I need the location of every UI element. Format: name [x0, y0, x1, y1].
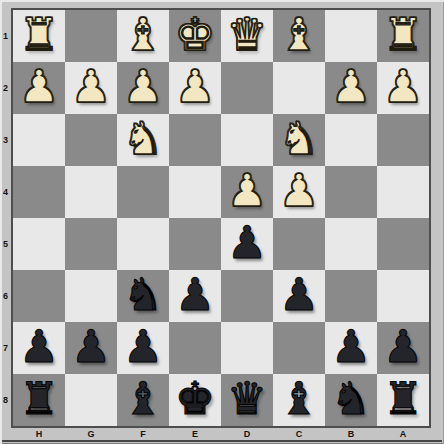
rank-label-8: 8	[0, 374, 11, 426]
square-g7[interactable]: ♟	[65, 322, 117, 374]
file-label-g: G	[65, 427, 117, 440]
square-e6[interactable]: ♟	[169, 270, 221, 322]
chess-board: ♜♝♚♛♝♜♟♟♟♟♟♟♞♞♟♟♟♞♟♟♟♟♟♟♟♜♝♚♛♝♞♜	[11, 8, 431, 428]
square-b5[interactable]	[325, 218, 377, 270]
rank-labels: 12345678	[0, 10, 11, 426]
black-pawn[interactable]: ♟	[123, 321, 163, 373]
white-knight[interactable]: ♞	[123, 113, 163, 165]
rank-label-1: 1	[0, 10, 11, 62]
square-b1[interactable]	[325, 10, 377, 62]
square-c6[interactable]: ♟	[273, 270, 325, 322]
square-d4[interactable]: ♟	[221, 166, 273, 218]
black-queen[interactable]: ♛	[227, 373, 267, 425]
square-h5[interactable]	[13, 218, 65, 270]
black-bishop[interactable]: ♝	[279, 373, 319, 425]
square-b7[interactable]: ♟	[325, 322, 377, 374]
rank-label-2: 2	[0, 62, 11, 114]
black-pawn[interactable]: ♟	[331, 321, 371, 373]
square-g4[interactable]	[65, 166, 117, 218]
square-g1[interactable]	[65, 10, 117, 62]
square-e3[interactable]	[169, 114, 221, 166]
file-label-e: E	[169, 427, 221, 440]
square-h7[interactable]: ♟	[13, 322, 65, 374]
square-a2[interactable]: ♟	[377, 62, 429, 114]
white-rook[interactable]: ♜	[19, 9, 59, 61]
square-a5[interactable]	[377, 218, 429, 270]
white-bishop[interactable]: ♝	[279, 9, 319, 61]
white-pawn[interactable]: ♟	[123, 61, 163, 113]
white-pawn[interactable]: ♟	[71, 61, 111, 113]
square-c5[interactable]	[273, 218, 325, 270]
square-f4[interactable]	[117, 166, 169, 218]
square-e1[interactable]: ♚	[169, 10, 221, 62]
file-label-b: B	[325, 427, 377, 440]
square-b4[interactable]	[325, 166, 377, 218]
square-d2[interactable]	[221, 62, 273, 114]
square-c1[interactable]: ♝	[273, 10, 325, 62]
white-pawn[interactable]: ♟	[279, 165, 319, 217]
black-pawn[interactable]: ♟	[383, 321, 423, 373]
file-label-h: H	[13, 427, 65, 440]
square-d5[interactable]: ♟	[221, 218, 273, 270]
square-a8[interactable]: ♜	[377, 374, 429, 426]
rank-label-4: 4	[0, 166, 11, 218]
square-a1[interactable]: ♜	[377, 10, 429, 62]
white-king[interactable]: ♚	[175, 9, 215, 61]
square-d1[interactable]: ♛	[221, 10, 273, 62]
square-f7[interactable]: ♟	[117, 322, 169, 374]
black-pawn[interactable]: ♟	[175, 269, 215, 321]
square-h6[interactable]	[13, 270, 65, 322]
chessboard-panel: 12345678 ♜♝♚♛♝♜♟♟♟♟♟♟♞♞♟♟♟♞♟♟♟♟♟♟♟♜♝♚♛♝♞…	[0, 0, 444, 444]
white-knight[interactable]: ♞	[279, 113, 319, 165]
square-e2[interactable]: ♟	[169, 62, 221, 114]
black-king[interactable]: ♚	[175, 373, 215, 425]
square-g8[interactable]	[65, 374, 117, 426]
square-h2[interactable]: ♟	[13, 62, 65, 114]
square-g5[interactable]	[65, 218, 117, 270]
white-rook[interactable]: ♜	[383, 9, 423, 61]
square-c2[interactable]	[273, 62, 325, 114]
square-d6[interactable]	[221, 270, 273, 322]
square-f8[interactable]: ♝	[117, 374, 169, 426]
square-b8[interactable]: ♞	[325, 374, 377, 426]
white-bishop[interactable]: ♝	[123, 9, 163, 61]
square-h4[interactable]	[13, 166, 65, 218]
white-pawn[interactable]: ♟	[19, 61, 59, 113]
square-c3[interactable]: ♞	[273, 114, 325, 166]
rank-label-6: 6	[0, 270, 11, 322]
square-f6[interactable]: ♞	[117, 270, 169, 322]
square-f1[interactable]: ♝	[117, 10, 169, 62]
square-a6[interactable]	[377, 270, 429, 322]
black-pawn[interactable]: ♟	[19, 321, 59, 373]
file-label-f: F	[117, 427, 169, 440]
white-pawn[interactable]: ♟	[383, 61, 423, 113]
white-pawn[interactable]: ♟	[227, 165, 267, 217]
square-e4[interactable]	[169, 166, 221, 218]
square-e7[interactable]	[169, 322, 221, 374]
square-a7[interactable]: ♟	[377, 322, 429, 374]
white-queen[interactable]: ♛	[227, 9, 267, 61]
square-h1[interactable]: ♜	[13, 10, 65, 62]
square-c7[interactable]	[273, 322, 325, 374]
square-b3[interactable]	[325, 114, 377, 166]
black-pawn[interactable]: ♟	[71, 321, 111, 373]
square-e5[interactable]	[169, 218, 221, 270]
black-knight[interactable]: ♞	[331, 373, 371, 425]
white-pawn[interactable]: ♟	[175, 61, 215, 113]
white-pawn[interactable]: ♟	[331, 61, 371, 113]
square-f5[interactable]	[117, 218, 169, 270]
black-rook[interactable]: ♜	[19, 373, 59, 425]
frame-bottom-shadow	[2, 440, 442, 442]
square-a4[interactable]	[377, 166, 429, 218]
square-c4[interactable]: ♟	[273, 166, 325, 218]
square-e8[interactable]: ♚	[169, 374, 221, 426]
square-f3[interactable]: ♞	[117, 114, 169, 166]
file-label-c: C	[273, 427, 325, 440]
rank-label-3: 3	[0, 114, 11, 166]
square-b2[interactable]: ♟	[325, 62, 377, 114]
black-knight[interactable]: ♞	[123, 269, 163, 321]
rank-label-5: 5	[0, 218, 11, 270]
square-g3[interactable]	[65, 114, 117, 166]
black-rook[interactable]: ♜	[383, 373, 423, 425]
square-d8[interactable]: ♛	[221, 374, 273, 426]
file-label-a: A	[377, 427, 429, 440]
black-pawn[interactable]: ♟	[227, 217, 267, 269]
rank-label-7: 7	[0, 322, 11, 374]
square-b6[interactable]	[325, 270, 377, 322]
square-g6[interactable]	[65, 270, 117, 322]
square-h3[interactable]	[13, 114, 65, 166]
square-g2[interactable]: ♟	[65, 62, 117, 114]
black-pawn[interactable]: ♟	[279, 269, 319, 321]
square-c8[interactable]: ♝	[273, 374, 325, 426]
file-labels: HGFEDCBA	[13, 427, 429, 440]
square-d7[interactable]	[221, 322, 273, 374]
file-label-d: D	[221, 427, 273, 440]
black-bishop[interactable]: ♝	[123, 373, 163, 425]
square-d3[interactable]	[221, 114, 273, 166]
square-a3[interactable]	[377, 114, 429, 166]
square-f2[interactable]: ♟	[117, 62, 169, 114]
square-h8[interactable]: ♜	[13, 374, 65, 426]
